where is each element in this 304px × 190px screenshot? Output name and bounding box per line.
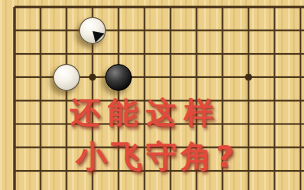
caption-line-2: 小飞守角? [76,141,238,172]
star-point [245,74,252,81]
go-board-video-frame[interactable]: 还能这样 小飞守角? [0,0,304,190]
caption-line-1: 还能这样 [70,98,222,128]
marked-white-stone [79,17,106,44]
triangle-mark-icon [80,18,105,43]
white-stone [53,64,80,91]
black-stone [105,64,132,91]
star-point [89,74,96,81]
